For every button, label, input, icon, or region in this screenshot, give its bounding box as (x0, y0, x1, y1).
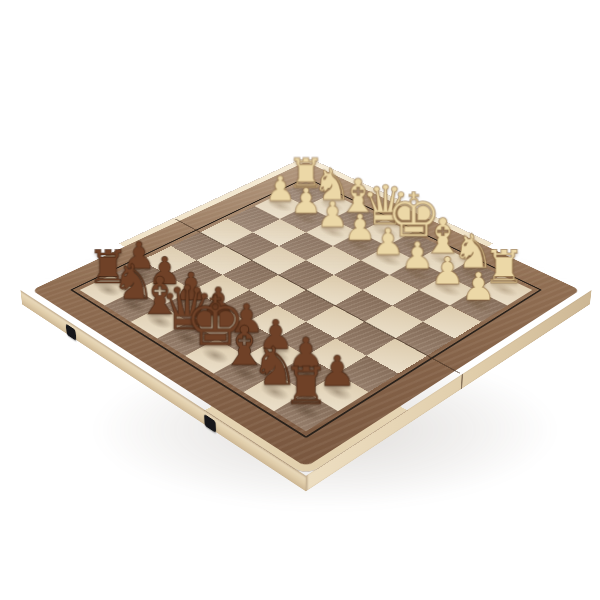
piece-black-rook: ♜ (283, 359, 330, 411)
scene: ♜♞♝♚♛♝♞♜♟♟♟♟♟♟♟♟♟♟♟♟♟♟♟♟♜♞♝♚♛♝♞♜ (0, 0, 600, 600)
chess-board: ♜♞♝♚♛♝♞♜♟♟♟♟♟♟♟♟♟♟♟♟♟♟♟♟♜♞♝♚♛♝♞♜ (20, 157, 591, 476)
chessboard-product-photo: ♜♞♝♚♛♝♞♜♟♟♟♟♟♟♟♟♟♟♟♟♟♟♟♟♜♞♝♚♛♝♞♜ (0, 0, 600, 600)
board-top: ♜♞♝♚♛♝♞♜♟♟♟♟♟♟♟♟♟♟♟♟♟♟♟♟♜♞♝♚♛♝♞♜ (20, 157, 591, 476)
piece-white-pawn: ♟ (461, 267, 496, 306)
latch-clasp (204, 414, 216, 433)
fold-seam-edge (461, 374, 463, 390)
latch-clasp (66, 323, 76, 340)
